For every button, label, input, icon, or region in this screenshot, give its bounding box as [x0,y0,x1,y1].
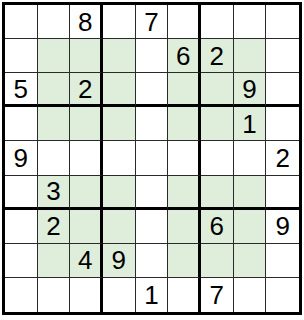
cell-r9c2[interactable] [38,278,71,312]
sudoku-board: 876252919232694917 [2,2,302,315]
cell-r1c6[interactable] [168,5,201,39]
cell-r7c7[interactable]: 6 [201,210,234,244]
cell-r2c8[interactable] [234,39,267,73]
cell-r8c6[interactable] [168,244,201,278]
cell-r7c8[interactable] [234,210,267,244]
cell-r6c8[interactable] [234,176,267,210]
cell-r5c9[interactable]: 2 [266,141,299,175]
cell-r5c1[interactable]: 9 [5,141,38,175]
cell-r7c4[interactable] [103,210,136,244]
cell-r4c7[interactable] [201,107,234,141]
cell-r4c4[interactable] [103,107,136,141]
cell-r7c9[interactable]: 9 [266,210,299,244]
cell-r4c3[interactable] [70,107,103,141]
cell-r6c5[interactable] [136,176,169,210]
cell-r4c2[interactable] [38,107,71,141]
cell-r9c1[interactable] [5,278,38,312]
cell-r1c3[interactable]: 8 [70,5,103,39]
cell-r1c1[interactable] [5,5,38,39]
cell-r3c6[interactable] [168,73,201,107]
cell-r1c4[interactable] [103,5,136,39]
cell-r5c3[interactable] [70,141,103,175]
cell-r9c6[interactable] [168,278,201,312]
cell-r9c5[interactable]: 1 [136,278,169,312]
cell-r4c9[interactable] [266,107,299,141]
cell-r5c7[interactable] [201,141,234,175]
cell-r8c4[interactable]: 9 [103,244,136,278]
cell-r4c8[interactable]: 1 [234,107,267,141]
cell-r5c5[interactable] [136,141,169,175]
cell-r6c2[interactable]: 3 [38,176,71,210]
cell-r5c8[interactable] [234,141,267,175]
cell-r8c7[interactable] [201,244,234,278]
cell-r3c7[interactable] [201,73,234,107]
cell-r9c3[interactable] [70,278,103,312]
cell-r5c2[interactable] [38,141,71,175]
cell-r6c1[interactable] [5,176,38,210]
cell-r2c2[interactable] [38,39,71,73]
cell-r6c9[interactable] [266,176,299,210]
cell-r7c3[interactable] [70,210,103,244]
cell-r1c7[interactable] [201,5,234,39]
cell-r1c9[interactable] [266,5,299,39]
cell-r3c5[interactable] [136,73,169,107]
cell-r8c9[interactable] [266,244,299,278]
cell-r5c4[interactable] [103,141,136,175]
cell-r7c2[interactable]: 2 [38,210,71,244]
cell-r8c8[interactable] [234,244,267,278]
cell-r1c2[interactable] [38,5,71,39]
cell-r3c1[interactable]: 5 [5,73,38,107]
cell-r8c2[interactable] [38,244,71,278]
cell-r2c3[interactable] [70,39,103,73]
cell-r4c5[interactable] [136,107,169,141]
cell-r7c5[interactable] [136,210,169,244]
cell-r3c2[interactable] [38,73,71,107]
cell-r6c4[interactable] [103,176,136,210]
cell-r7c1[interactable] [5,210,38,244]
cell-r1c5[interactable]: 7 [136,5,169,39]
cell-r9c7[interactable]: 7 [201,278,234,312]
cell-r2c6[interactable]: 6 [168,39,201,73]
cell-r8c5[interactable] [136,244,169,278]
cell-r2c9[interactable] [266,39,299,73]
cell-r9c8[interactable] [234,278,267,312]
cell-r8c3[interactable]: 4 [70,244,103,278]
cell-r2c5[interactable] [136,39,169,73]
cell-r4c1[interactable] [5,107,38,141]
cell-r3c9[interactable] [266,73,299,107]
cell-r6c7[interactable] [201,176,234,210]
cell-r5c6[interactable] [168,141,201,175]
cell-r3c4[interactable] [103,73,136,107]
cell-r3c3[interactable]: 2 [70,73,103,107]
cell-r2c4[interactable] [103,39,136,73]
cell-r4c6[interactable] [168,107,201,141]
cell-r2c7[interactable]: 2 [201,39,234,73]
cell-r7c6[interactable] [168,210,201,244]
cell-r2c1[interactable] [5,39,38,73]
cell-r6c6[interactable] [168,176,201,210]
cell-r8c1[interactable] [5,244,38,278]
cell-r6c3[interactable] [70,176,103,210]
cell-r1c8[interactable] [234,5,267,39]
cell-r9c9[interactable] [266,278,299,312]
cell-r9c4[interactable] [103,278,136,312]
cell-r3c8[interactable]: 9 [234,73,267,107]
